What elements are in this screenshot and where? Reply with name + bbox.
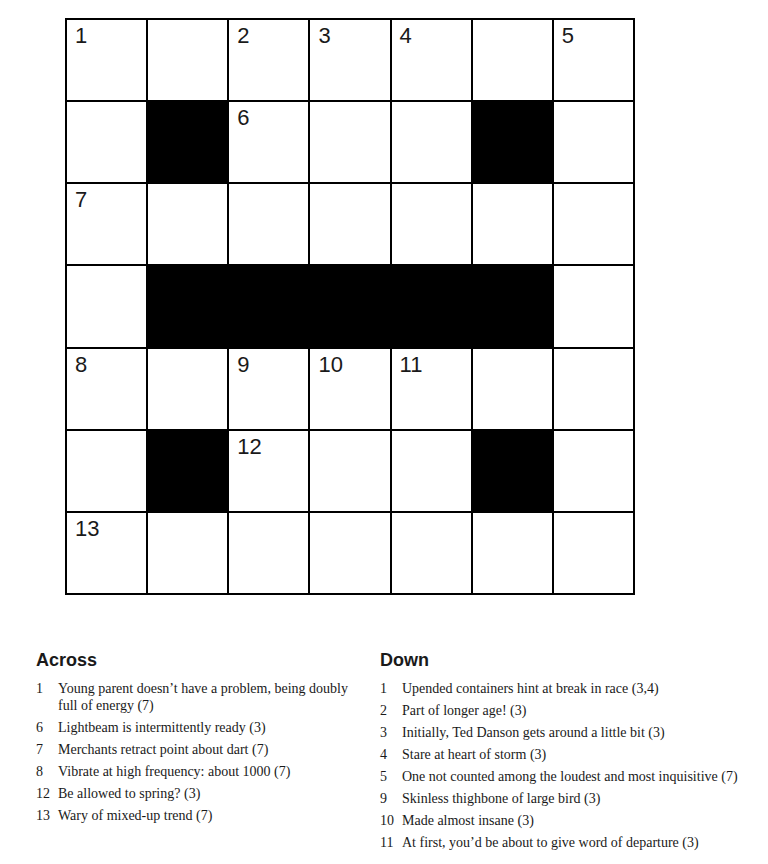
- white-cell[interactable]: [67, 431, 146, 511]
- white-cell[interactable]: [148, 20, 227, 100]
- cell-number: 1: [75, 25, 87, 47]
- clue-item: 9Skinless thighbone of large bird (3): [380, 790, 766, 807]
- cell-number: 5: [562, 25, 574, 47]
- white-cell[interactable]: [473, 184, 552, 264]
- black-cell: [473, 431, 552, 511]
- black-cell: [148, 266, 227, 346]
- black-cell: [473, 102, 552, 182]
- clue-number: 10: [380, 812, 402, 829]
- clue-number: 3: [380, 724, 402, 741]
- white-cell[interactable]: [67, 266, 146, 346]
- cell-number: 13: [75, 518, 99, 540]
- clue-text: Skinless thighbone of large bird (3): [402, 790, 766, 807]
- cell-number: 7: [75, 189, 87, 211]
- white-cell[interactable]: 13: [67, 513, 146, 593]
- clue-item: 6Lightbeam is intermittently ready (3): [36, 719, 364, 736]
- clue-number: 1: [380, 680, 402, 697]
- clue-text: Part of longer age! (3): [402, 702, 766, 719]
- white-cell[interactable]: [554, 184, 633, 264]
- white-cell[interactable]: [554, 266, 633, 346]
- clue-number: 4: [380, 746, 402, 763]
- clue-text: Wary of mixed-up trend (7): [58, 807, 364, 824]
- clue-item: 11At first, you’d be about to give word …: [380, 834, 766, 851]
- white-cell[interactable]: [392, 431, 471, 511]
- white-cell[interactable]: 9: [229, 349, 308, 429]
- black-cell: [148, 431, 227, 511]
- black-cell: [473, 266, 552, 346]
- clue-item: 10Made almost insane (3): [380, 812, 766, 829]
- clue-number: 6: [36, 719, 58, 736]
- black-cell: [229, 266, 308, 346]
- white-cell[interactable]: [554, 102, 633, 182]
- clue-item: 2Part of longer age! (3): [380, 702, 766, 719]
- clue-number: 7: [36, 741, 58, 758]
- clue-item: 12Be allowed to spring? (3): [36, 785, 364, 802]
- clue-text: Made almost insane (3): [402, 812, 766, 829]
- white-cell[interactable]: [229, 184, 308, 264]
- clue-number: 12: [36, 785, 58, 802]
- white-cell[interactable]: [310, 431, 389, 511]
- white-cell[interactable]: [392, 102, 471, 182]
- white-cell[interactable]: 2: [229, 20, 308, 100]
- clue-text: Stare at heart of storm (3): [402, 746, 766, 763]
- cell-number: 4: [400, 25, 412, 47]
- down-clues-section: Down 1Upended containers hint at break i…: [380, 650, 766, 856]
- white-cell[interactable]: [473, 513, 552, 593]
- clue-number: 2: [380, 702, 402, 719]
- crossword-page: { "game": "crossword", "variant": "crypt…: [0, 0, 768, 864]
- clue-item: 3Initially, Ted Danson gets around a lit…: [380, 724, 766, 741]
- clue-text: Vibrate at high frequency: about 1000 (7…: [58, 763, 364, 780]
- white-cell[interactable]: [229, 513, 308, 593]
- white-cell[interactable]: [392, 184, 471, 264]
- clue-item: 4Stare at heart of storm (3): [380, 746, 766, 763]
- white-cell[interactable]: [473, 349, 552, 429]
- crossword-grid: 12345678910111213: [65, 18, 635, 595]
- across-clues-section: Across 1Young parent doesn’t have a prob…: [36, 650, 364, 829]
- clue-text: Merchants retract point about dart (7): [58, 741, 364, 758]
- white-cell[interactable]: 5: [554, 20, 633, 100]
- cell-number: 2: [237, 25, 249, 47]
- clue-item: 1Young parent doesn’t have a problem, be…: [36, 680, 364, 714]
- down-clue-list: 1Upended containers hint at break in rac…: [380, 680, 766, 851]
- white-cell[interactable]: [310, 102, 389, 182]
- white-cell[interactable]: 10: [310, 349, 389, 429]
- down-header: Down: [380, 650, 766, 671]
- white-cell[interactable]: [392, 513, 471, 593]
- clue-number: 1: [36, 680, 58, 714]
- clue-text: At first, you’d be about to give word of…: [402, 834, 766, 851]
- cell-number: 12: [237, 436, 261, 458]
- black-cell: [392, 266, 471, 346]
- white-cell[interactable]: 4: [392, 20, 471, 100]
- clue-text: Upended containers hint at break in race…: [402, 680, 766, 697]
- clue-number: 8: [36, 763, 58, 780]
- clue-number: 5: [380, 768, 402, 785]
- white-cell[interactable]: 11: [392, 349, 471, 429]
- clue-number: 13: [36, 807, 58, 824]
- across-header: Across: [36, 650, 364, 671]
- cell-number: 8: [75, 354, 87, 376]
- white-cell[interactable]: [473, 20, 552, 100]
- clue-number: 9: [380, 790, 402, 807]
- white-cell[interactable]: [554, 349, 633, 429]
- white-cell[interactable]: 6: [229, 102, 308, 182]
- white-cell[interactable]: [67, 102, 146, 182]
- clue-text: One not counted among the loudest and mo…: [402, 768, 766, 785]
- clue-text: Lightbeam is intermittently ready (3): [58, 719, 364, 736]
- white-cell[interactable]: [148, 349, 227, 429]
- black-cell: [310, 266, 389, 346]
- white-cell[interactable]: [148, 184, 227, 264]
- clue-number: 11: [380, 834, 402, 851]
- clue-text: Young parent doesn’t have a problem, bei…: [58, 680, 364, 714]
- white-cell[interactable]: [554, 431, 633, 511]
- cell-number: 3: [318, 25, 330, 47]
- clue-text: Be allowed to spring? (3): [58, 785, 364, 802]
- cell-number: 6: [237, 107, 249, 129]
- white-cell[interactable]: [148, 513, 227, 593]
- white-cell[interactable]: [310, 184, 389, 264]
- clue-item: 1Upended containers hint at break in rac…: [380, 680, 766, 697]
- clue-text: Initially, Ted Danson gets around a litt…: [402, 724, 766, 741]
- white-cell[interactable]: [554, 513, 633, 593]
- cell-number: 10: [318, 354, 342, 376]
- across-clue-list: 1Young parent doesn’t have a problem, be…: [36, 680, 364, 824]
- clue-item: 8Vibrate at high frequency: about 1000 (…: [36, 763, 364, 780]
- white-cell[interactable]: 7: [67, 184, 146, 264]
- black-cell: [148, 102, 227, 182]
- white-cell[interactable]: 12: [229, 431, 308, 511]
- white-cell[interactable]: 3: [310, 20, 389, 100]
- cell-number: 11: [400, 354, 423, 376]
- white-cell[interactable]: 8: [67, 349, 146, 429]
- white-cell[interactable]: 1: [67, 20, 146, 100]
- clue-item: 13Wary of mixed-up trend (7): [36, 807, 364, 824]
- clue-item: 5One not counted among the loudest and m…: [380, 768, 766, 785]
- white-cell[interactable]: [310, 513, 389, 593]
- cell-number: 9: [237, 354, 249, 376]
- clue-item: 7Merchants retract point about dart (7): [36, 741, 364, 758]
